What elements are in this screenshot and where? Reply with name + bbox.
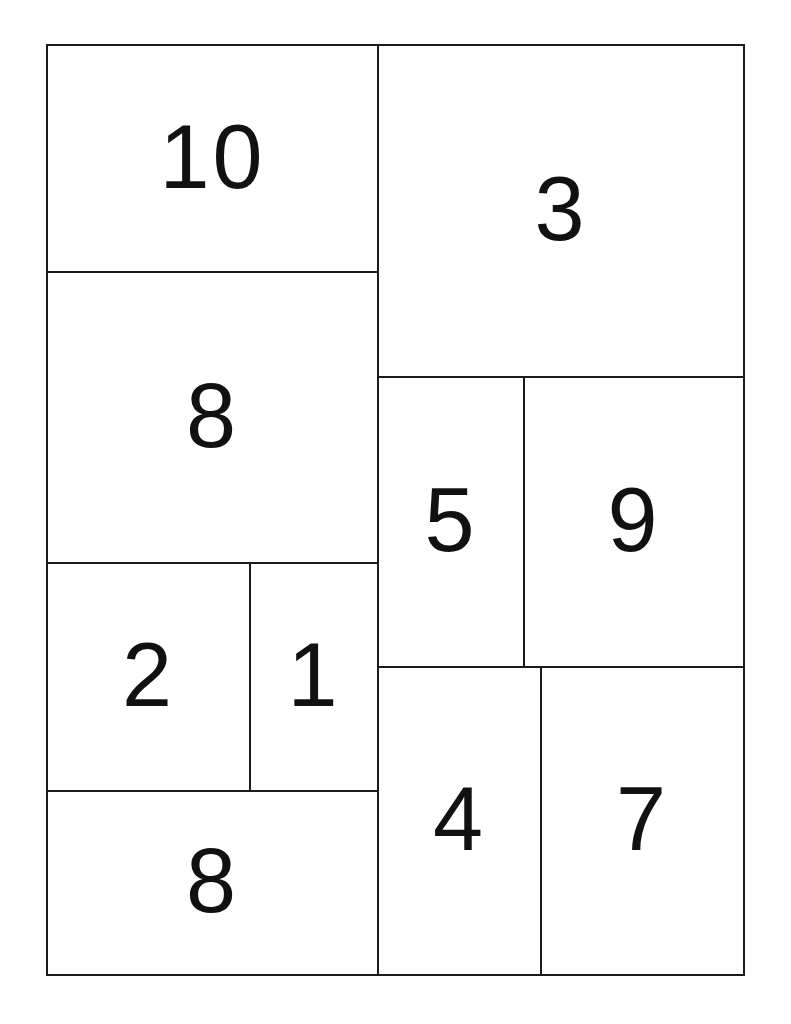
card-number: 3 xyxy=(534,164,587,254)
card-2: 2 xyxy=(46,562,251,792)
card-8-upper: 8 xyxy=(46,271,379,564)
card-10: 10 xyxy=(46,44,379,273)
card-number: 9 xyxy=(607,475,660,565)
card-number: 1 xyxy=(287,630,340,720)
card-number: 8 xyxy=(186,836,239,926)
card-4: 4 xyxy=(377,666,542,976)
card-number: 7 xyxy=(616,774,669,864)
card-7: 7 xyxy=(540,666,745,976)
card-5: 5 xyxy=(377,376,525,668)
card-9: 9 xyxy=(523,376,745,668)
card-3: 3 xyxy=(377,44,745,378)
card-number: 8 xyxy=(186,371,239,461)
card-number: 4 xyxy=(433,774,486,864)
card-number: 5 xyxy=(424,475,477,565)
card-8-lower: 8 xyxy=(46,790,379,976)
card-number: 10 xyxy=(159,112,265,202)
number-cards-grid: 10 3 8 5 9 2 1 4 7 8 xyxy=(0,0,791,1024)
worksheet-page: 10 3 8 5 9 2 1 4 7 8 xyxy=(0,0,791,1024)
card-number: 2 xyxy=(122,630,175,720)
card-1: 1 xyxy=(249,562,379,792)
